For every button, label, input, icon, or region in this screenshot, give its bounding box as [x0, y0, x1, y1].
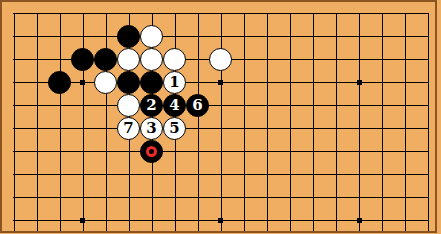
stone-black-move-4: 4 — [163, 94, 186, 117]
move-number: 7 — [123, 121, 133, 136]
move-number: 2 — [146, 98, 156, 113]
stone-white — [163, 48, 186, 71]
stones-layer: 1246735 — [0, 0, 441, 234]
move-number: 1 — [169, 75, 179, 90]
stone-black — [48, 71, 71, 94]
stone-white — [94, 71, 117, 94]
stone-black — [140, 71, 163, 94]
stone-black — [94, 48, 117, 71]
stone-white-move-7: 7 — [117, 117, 140, 140]
stone-white — [209, 48, 232, 71]
stone-white — [140, 48, 163, 71]
stone-white — [117, 48, 140, 71]
stone-white-move-3: 3 — [140, 117, 163, 140]
move-number: 5 — [169, 121, 179, 136]
stone-white — [117, 94, 140, 117]
stone-black-marked — [140, 140, 163, 163]
go-board: 1246735 — [0, 0, 441, 234]
move-number: 3 — [146, 121, 156, 136]
stone-black-move-6: 6 — [186, 94, 209, 117]
circle-marker-icon — [146, 146, 157, 157]
stone-white-move-5: 5 — [163, 117, 186, 140]
stone-white-move-1: 1 — [163, 71, 186, 94]
stone-black — [117, 25, 140, 48]
stone-black — [71, 48, 94, 71]
stone-black — [117, 71, 140, 94]
stone-black-move-2: 2 — [140, 94, 163, 117]
move-number: 4 — [169, 98, 179, 113]
move-number: 6 — [192, 98, 202, 113]
stone-white — [140, 25, 163, 48]
